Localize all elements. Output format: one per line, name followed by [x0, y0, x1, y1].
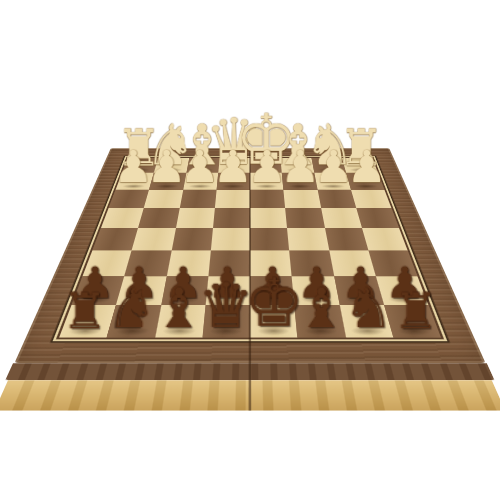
product-photo-stage: ♜♞♝♛♚♝♞♜♟♟♟♟♟♟♟♟♟♟♟♟♟♟♟♟♜♞♝♛♚♝♞♜ — [0, 0, 500, 500]
chess-board: ♜♞♝♛♚♝♞♜♟♟♟♟♟♟♟♟♟♟♟♟♟♟♟♟♜♞♝♛♚♝♞♜ — [14, 148, 485, 363]
square-r7c3: ♛ — [202, 305, 250, 338]
black-rook: ♜ — [62, 289, 107, 335]
square-r7c6: ♞ — [339, 305, 393, 338]
square-r2c0 — [109, 189, 150, 207]
square-r4c5 — [287, 228, 329, 251]
black-knight: ♞ — [344, 284, 393, 335]
square-r1c6: ♟ — [314, 173, 351, 190]
board-front-edge-maple — [0, 380, 500, 410]
square-r3c1 — [138, 208, 179, 228]
black-knight: ♞ — [107, 284, 156, 335]
square-r3c0 — [101, 208, 144, 228]
square-r7c7: ♜ — [384, 305, 441, 338]
square-r4c7 — [362, 228, 408, 251]
square-r3c6 — [321, 208, 362, 228]
square-r3c5 — [285, 208, 324, 228]
white-pawn: ♟ — [347, 147, 387, 188]
square-r3c2 — [176, 208, 215, 228]
square-r1c7: ♟ — [346, 173, 384, 190]
square-r2c2 — [179, 189, 216, 207]
square-r7c4: ♚ — [250, 305, 298, 338]
square-r2c4 — [250, 189, 285, 207]
square-r3c3 — [213, 208, 250, 228]
black-queen: ♛ — [198, 277, 254, 334]
board-front-edge-walnut — [5, 363, 494, 380]
square-r4c0 — [92, 228, 138, 251]
square-r4c6 — [325, 228, 369, 251]
perspective-scene: ♜♞♝♛♚♝♞♜♟♟♟♟♟♟♟♟♟♟♟♟♟♟♟♟♜♞♝♛♚♝♞♜ — [0, 0, 500, 500]
square-r7c1: ♞ — [107, 305, 161, 338]
square-r2c3 — [215, 189, 250, 207]
square-r4c3 — [211, 228, 250, 251]
square-r1c4: ♟ — [250, 173, 284, 190]
black-bishop: ♝ — [154, 284, 203, 335]
square-r3c7 — [356, 208, 399, 228]
square-r2c1 — [144, 189, 183, 207]
square-r2c6 — [317, 189, 356, 207]
square-r2c7 — [351, 189, 392, 207]
square-r2c5 — [284, 189, 321, 207]
square-r1c3: ♟ — [216, 173, 250, 190]
square-r4c1 — [132, 228, 176, 251]
square-r4c4 — [250, 228, 289, 251]
square-r4c2 — [171, 228, 213, 251]
square-r3c4 — [250, 208, 287, 228]
black-rook: ♜ — [394, 289, 439, 335]
square-r1c5: ♟ — [282, 173, 317, 190]
